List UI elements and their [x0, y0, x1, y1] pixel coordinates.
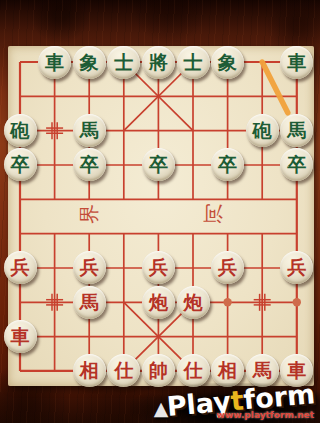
piece-black-elephant[interactable]: 象 [211, 46, 244, 79]
playtform-watermark: ▲ Playtform www.playtform.net [154, 393, 317, 420]
piece-red-horse[interactable]: 馬 [73, 286, 106, 319]
piece-red-elephant[interactable]: 相 [73, 354, 106, 387]
piece-black-chariot[interactable]: 車 [280, 46, 313, 79]
piece-black-soldier[interactable]: 卒 [4, 148, 37, 181]
piece-red-advisor[interactable]: 仕 [177, 354, 210, 387]
piece-black-soldier[interactable]: 卒 [73, 148, 106, 181]
piece-red-soldier[interactable]: 兵 [73, 251, 106, 284]
xiangqi-board [8, 46, 314, 386]
piece-red-cannon[interactable]: 炮 [177, 286, 210, 319]
piece-black-advisor[interactable]: 士 [177, 46, 210, 79]
piece-black-cannon[interactable]: 砲 [246, 114, 279, 147]
piece-red-soldier[interactable]: 兵 [4, 251, 37, 284]
piece-red-chariot[interactable]: 車 [4, 320, 37, 353]
watermark-url: www.playtform.net [217, 410, 314, 420]
piece-red-cannon[interactable]: 炮 [142, 286, 175, 319]
piece-black-chariot[interactable]: 車 [38, 46, 71, 79]
piece-black-elephant[interactable]: 象 [73, 46, 106, 79]
piece-black-cannon[interactable]: 砲 [4, 114, 37, 147]
piece-black-general[interactable]: 將 [142, 46, 175, 79]
piece-black-advisor[interactable]: 士 [107, 46, 140, 79]
xiangqi-app-window: 界河 車象士將士象車砲馬砲馬卒卒卒卒卒兵兵兵兵兵馬炮炮車相仕帥仕相馬車 ▲ Pl… [0, 0, 320, 423]
piece-black-horse[interactable]: 馬 [73, 114, 106, 147]
